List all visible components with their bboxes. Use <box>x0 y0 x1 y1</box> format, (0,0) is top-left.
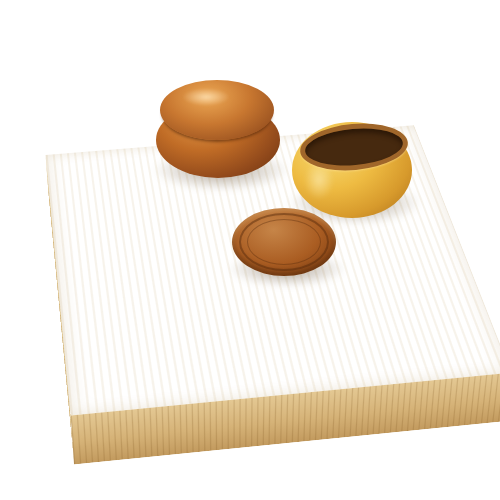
closed-go-bowl-highlight <box>182 88 230 106</box>
open-go-bowl <box>292 118 414 218</box>
go-set-product-photo <box>0 0 500 500</box>
lid-dish-with-white-stones <box>232 208 336 276</box>
closed-go-bowl <box>152 80 284 182</box>
